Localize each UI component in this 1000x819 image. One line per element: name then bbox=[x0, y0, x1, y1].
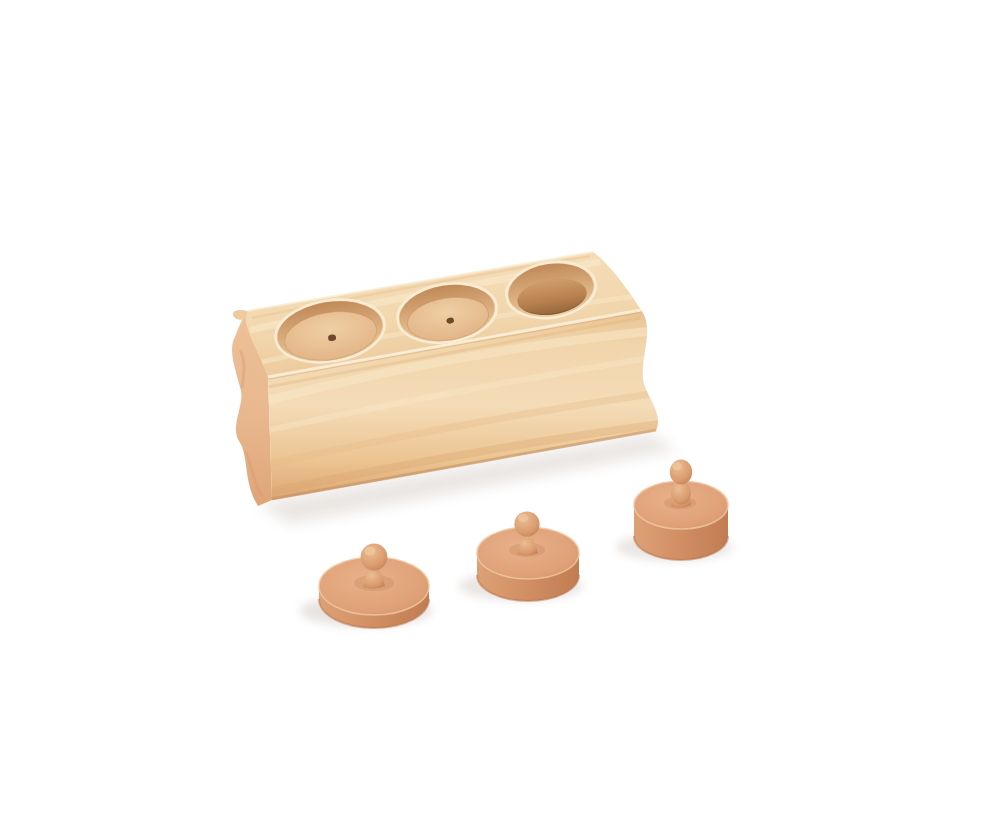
block-end-nub bbox=[233, 310, 247, 320]
knobbed-cylinder-tall bbox=[634, 460, 728, 561]
cylinder-short-knob bbox=[361, 544, 388, 589]
knobbed-cylinder-medium bbox=[477, 511, 579, 601]
knobbed-cylinder-short bbox=[319, 544, 429, 628]
photo-stage bbox=[0, 0, 1000, 819]
cylinder-block-base bbox=[232, 252, 664, 506]
montessori-cylinder-block-photo bbox=[0, 0, 1000, 819]
